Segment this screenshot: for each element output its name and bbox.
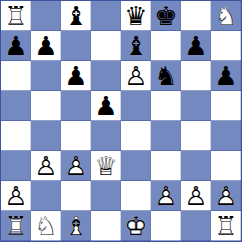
square-h7[interactable] — [211, 31, 241, 61]
square-e7[interactable]: ♝ — [121, 31, 151, 61]
square-e1[interactable]: ♚♔ — [121, 211, 151, 241]
square-c4[interactable] — [61, 121, 91, 151]
square-a4[interactable] — [1, 121, 31, 151]
piece-white-pawn: ♟♙ — [121, 61, 151, 91]
square-b7[interactable]: ♟ — [31, 31, 61, 61]
piece-white-pawn: ♟♙ — [211, 181, 241, 211]
piece-white-king: ♚♔ — [121, 211, 151, 241]
square-d5[interactable]: ♟ — [91, 91, 121, 121]
square-f1[interactable] — [151, 211, 181, 241]
square-h4[interactable] — [211, 121, 241, 151]
square-a3[interactable] — [1, 151, 31, 181]
piece-white-bishop: ♝♗ — [61, 211, 91, 241]
piece-black-pawn: ♟ — [91, 91, 121, 121]
piece-black-bishop: ♝ — [121, 31, 151, 61]
square-g2[interactable]: ♟♙ — [181, 181, 211, 211]
square-b1[interactable]: ♞♘ — [31, 211, 61, 241]
square-f8[interactable]: ♚ — [151, 1, 181, 31]
square-e6[interactable]: ♟♙ — [121, 61, 151, 91]
square-g1[interactable] — [181, 211, 211, 241]
piece-black-pawn: ♟ — [31, 31, 61, 61]
square-b6[interactable] — [31, 61, 61, 91]
square-d3[interactable]: ♛♕ — [91, 151, 121, 181]
piece-white-pawn: ♟♙ — [1, 181, 31, 211]
square-e8[interactable]: ♛ — [121, 1, 151, 31]
piece-white-rook: ♜♖ — [1, 211, 31, 241]
square-f6[interactable]: ♞ — [151, 61, 181, 91]
square-c2[interactable] — [61, 181, 91, 211]
piece-black-queen: ♛ — [121, 1, 151, 31]
square-e3[interactable] — [121, 151, 151, 181]
piece-black-king: ♚ — [151, 1, 181, 31]
piece-black-knight: ♞ — [151, 61, 181, 91]
square-h5[interactable] — [211, 91, 241, 121]
square-h2[interactable]: ♟♙ — [211, 181, 241, 211]
square-c8[interactable]: ♝ — [61, 1, 91, 31]
square-a8[interactable]: ♜♖ — [1, 1, 31, 31]
square-d2[interactable] — [91, 181, 121, 211]
square-g5[interactable] — [181, 91, 211, 121]
chess-board: ♜♖♝♛♚♞♘♟♟♝♟♟♟♙♞♟♟♟♙♟♙♛♕♟♙♟♙♟♙♟♙♜♖♞♘♝♗♚♔♜… — [0, 0, 242, 242]
square-b5[interactable] — [31, 91, 61, 121]
piece-white-pawn: ♟♙ — [181, 181, 211, 211]
piece-black-pawn: ♟ — [181, 31, 211, 61]
piece-white-knight: ♞♘ — [31, 211, 61, 241]
piece-black-pawn: ♟ — [1, 31, 31, 61]
square-c3[interactable]: ♟♙ — [61, 151, 91, 181]
square-g8[interactable] — [181, 1, 211, 31]
square-f4[interactable] — [151, 121, 181, 151]
square-a1[interactable]: ♜♖ — [1, 211, 31, 241]
square-h3[interactable] — [211, 151, 241, 181]
square-b2[interactable] — [31, 181, 61, 211]
square-g4[interactable] — [181, 121, 211, 151]
piece-white-rook: ♜♖ — [1, 1, 31, 31]
square-g7[interactable]: ♟ — [181, 31, 211, 61]
square-a5[interactable] — [1, 91, 31, 121]
piece-white-knight: ♞♘ — [211, 1, 241, 31]
square-f2[interactable]: ♟♙ — [151, 181, 181, 211]
square-e5[interactable] — [121, 91, 151, 121]
piece-white-rook: ♜♖ — [211, 211, 241, 241]
square-b4[interactable] — [31, 121, 61, 151]
square-h6[interactable]: ♟ — [211, 61, 241, 91]
square-c1[interactable]: ♝♗ — [61, 211, 91, 241]
square-e2[interactable] — [121, 181, 151, 211]
square-b8[interactable] — [31, 1, 61, 31]
square-e4[interactable] — [121, 121, 151, 151]
square-d7[interactable] — [91, 31, 121, 61]
square-c6[interactable]: ♟ — [61, 61, 91, 91]
square-f7[interactable] — [151, 31, 181, 61]
piece-white-queen: ♛♕ — [91, 151, 121, 181]
square-c5[interactable] — [61, 91, 91, 121]
square-g3[interactable] — [181, 151, 211, 181]
square-d4[interactable] — [91, 121, 121, 151]
square-h1[interactable]: ♜♖ — [211, 211, 241, 241]
piece-white-pawn: ♟♙ — [151, 181, 181, 211]
piece-white-pawn: ♟♙ — [61, 151, 91, 181]
piece-black-pawn: ♟ — [61, 61, 91, 91]
square-c7[interactable] — [61, 31, 91, 61]
piece-black-bishop: ♝ — [61, 1, 91, 31]
square-a7[interactable]: ♟ — [1, 31, 31, 61]
square-d1[interactable] — [91, 211, 121, 241]
square-f5[interactable] — [151, 91, 181, 121]
square-h8[interactable]: ♞♘ — [211, 1, 241, 31]
piece-black-pawn: ♟ — [211, 61, 241, 91]
square-b3[interactable]: ♟♙ — [31, 151, 61, 181]
square-g6[interactable] — [181, 61, 211, 91]
piece-white-pawn: ♟♙ — [31, 151, 61, 181]
square-f3[interactable] — [151, 151, 181, 181]
square-d8[interactable] — [91, 1, 121, 31]
square-d6[interactable] — [91, 61, 121, 91]
square-a6[interactable] — [1, 61, 31, 91]
square-a2[interactable]: ♟♙ — [1, 181, 31, 211]
